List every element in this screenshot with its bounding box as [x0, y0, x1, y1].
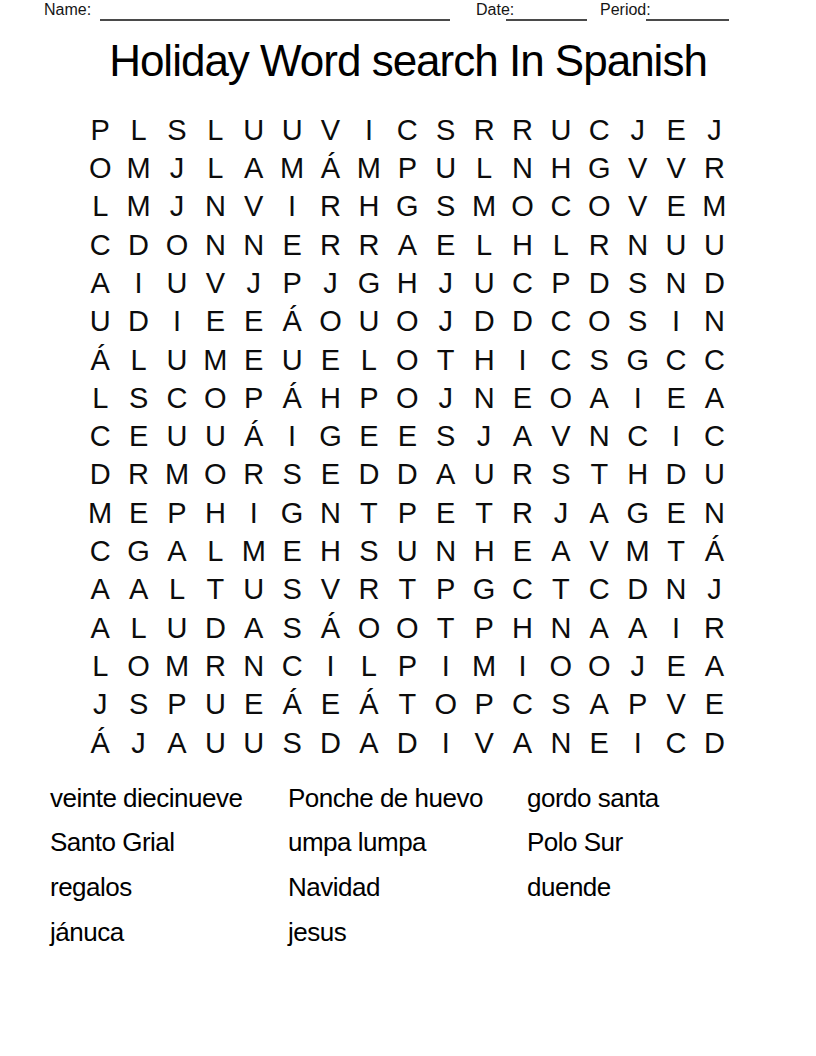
grid-cell-r3-c12[interactable]: O	[503, 188, 541, 226]
grid-cell-r5-c15[interactable]: S	[618, 264, 656, 302]
grid-cell-r2-c17[interactable]: R	[695, 149, 733, 187]
grid-cell-r14-c5[interactable]: A	[235, 609, 273, 647]
grid-cell-r15-c10[interactable]: I	[427, 647, 465, 685]
grid-cell-r6-c8[interactable]: U	[350, 303, 388, 341]
grid-cell-r14-c13[interactable]: N	[542, 609, 580, 647]
grid-cell-r11-c2[interactable]: E	[119, 494, 157, 532]
grid-cell-r1-c2[interactable]: L	[119, 111, 157, 149]
grid-cell-r2-c7[interactable]: Á	[311, 149, 349, 187]
grid-cell-r4-c12[interactable]: H	[503, 226, 541, 264]
grid-cell-r13-c12[interactable]: C	[503, 571, 541, 609]
grid-cell-r14-c8[interactable]: O	[350, 609, 388, 647]
grid-cell-r11-c16[interactable]: E	[657, 494, 695, 532]
grid-cell-r16-c15[interactable]: P	[618, 686, 656, 724]
grid-cell-r2-c3[interactable]: J	[158, 149, 196, 187]
grid-cell-r2-c15[interactable]: V	[618, 149, 656, 187]
grid-cell-r11-c4[interactable]: H	[196, 494, 234, 532]
grid-cell-r7-c5[interactable]: E	[235, 341, 273, 379]
grid-cell-r11-c6[interactable]: G	[273, 494, 311, 532]
grid-cell-r9-c13[interactable]: V	[542, 418, 580, 456]
grid-cell-r10-c11[interactable]: U	[465, 456, 503, 494]
grid-cell-r14-c12[interactable]: H	[503, 609, 541, 647]
grid-cell-r17-c9[interactable]: D	[388, 724, 426, 762]
grid-cell-r7-c8[interactable]: L	[350, 341, 388, 379]
grid-cell-r14-c2[interactable]: L	[119, 609, 157, 647]
grid-cell-r17-c6[interactable]: S	[273, 724, 311, 762]
grid-cell-r8-c16[interactable]: E	[657, 379, 695, 417]
grid-cell-r11-c9[interactable]: P	[388, 494, 426, 532]
grid-cell-r14-c3[interactable]: U	[158, 609, 196, 647]
grid-cell-r14-c1[interactable]: A	[81, 609, 119, 647]
grid-cell-r13-c13[interactable]: T	[542, 571, 580, 609]
grid-cell-r13-c4[interactable]: T	[196, 571, 234, 609]
grid-cell-r11-c13[interactable]: J	[542, 494, 580, 532]
grid-cell-r8-c14[interactable]: A	[580, 379, 618, 417]
grid-cell-r11-c3[interactable]: P	[158, 494, 196, 532]
grid-cell-r5-c13[interactable]: P	[542, 264, 580, 302]
grid-cell-r16-c16[interactable]: V	[657, 686, 695, 724]
grid-cell-r2-c1[interactable]: O	[81, 149, 119, 187]
grid-cell-r8-c10[interactable]: J	[427, 379, 465, 417]
grid-cell-r15-c15[interactable]: J	[618, 647, 656, 685]
grid-cell-r12-c4[interactable]: L	[196, 532, 234, 570]
grid-cell-r8-c6[interactable]: Á	[273, 379, 311, 417]
grid-cell-r3-c16[interactable]: E	[657, 188, 695, 226]
word-bank-item: Navidad	[288, 865, 483, 910]
grid-cell-r6-c11[interactable]: D	[465, 303, 503, 341]
grid-cell-r3-c10[interactable]: S	[427, 188, 465, 226]
grid-cell-r17-c15[interactable]: I	[618, 724, 656, 762]
grid-cell-r5-c16[interactable]: N	[657, 264, 695, 302]
grid-cell-r11-c11[interactable]: T	[465, 494, 503, 532]
grid-cell-r8-c11[interactable]: N	[465, 379, 503, 417]
grid-cell-r15-c6[interactable]: C	[273, 647, 311, 685]
grid-cell-r11-c8[interactable]: T	[350, 494, 388, 532]
grid-cell-r11-c14[interactable]: A	[580, 494, 618, 532]
grid-cell-r11-c1[interactable]: M	[81, 494, 119, 532]
grid-cell-r7-c6[interactable]: U	[273, 341, 311, 379]
grid-cell-r10-c7[interactable]: E	[311, 456, 349, 494]
grid-cell-r16-c7[interactable]: E	[311, 686, 349, 724]
grid-cell-r2-c6[interactable]: M	[273, 149, 311, 187]
grid-cell-r6-c7[interactable]: O	[311, 303, 349, 341]
grid-cell-r13-c2[interactable]: A	[119, 571, 157, 609]
grid-cell-r17-c11[interactable]: V	[465, 724, 503, 762]
grid-cell-r10-c3[interactable]: M	[158, 456, 196, 494]
grid-cell-r17-c5[interactable]: U	[235, 724, 273, 762]
word-search-grid: PLSLUUVICSRRUCJEJOMJLAMÁMPULNHGVVRLMJNVI…	[81, 111, 734, 762]
grid-cell-r16-c9[interactable]: T	[388, 686, 426, 724]
grid-cell-r10-c12[interactable]: R	[503, 456, 541, 494]
grid-cell-r13-c9[interactable]: T	[388, 571, 426, 609]
grid-cell-r5-c8[interactable]: G	[350, 264, 388, 302]
grid-cell-r6-c1[interactable]: U	[81, 303, 119, 341]
grid-cell-r6-c9[interactable]: O	[388, 303, 426, 341]
grid-cell-r9-c7[interactable]: G	[311, 418, 349, 456]
grid-cell-r9-c9[interactable]: E	[388, 418, 426, 456]
grid-cell-r8-c17[interactable]: A	[695, 379, 733, 417]
grid-cell-r3-c4[interactable]: N	[196, 188, 234, 226]
date-blank-line	[506, 2, 587, 21]
grid-cell-r6-c5[interactable]: E	[235, 303, 273, 341]
grid-cell-r7-c17[interactable]: C	[695, 341, 733, 379]
grid-cell-r12-c15[interactable]: M	[618, 532, 656, 570]
grid-cell-r4-c15[interactable]: N	[618, 226, 656, 264]
grid-cell-r12-c8[interactable]: S	[350, 532, 388, 570]
grid-cell-r1-c11[interactable]: R	[465, 111, 503, 149]
grid-cell-r15-c17[interactable]: A	[695, 647, 733, 685]
grid-cell-r4-c4[interactable]: N	[196, 226, 234, 264]
grid-cell-r5-c5[interactable]: J	[235, 264, 273, 302]
grid-cell-r17-c1[interactable]: Á	[81, 724, 119, 762]
grid-cell-r2-c9[interactable]: P	[388, 149, 426, 187]
grid-cell-r7-c4[interactable]: M	[196, 341, 234, 379]
grid-cell-r3-c6[interactable]: I	[273, 188, 311, 226]
grid-cell-r1-c12[interactable]: R	[503, 111, 541, 149]
grid-cell-r12-c1[interactable]: C	[81, 532, 119, 570]
grid-cell-r1-c14[interactable]: C	[580, 111, 618, 149]
grid-cell-r16-c8[interactable]: Á	[350, 686, 388, 724]
grid-cell-r10-c1[interactable]: D	[81, 456, 119, 494]
grid-cell-r9-c15[interactable]: C	[618, 418, 656, 456]
grid-cell-r10-c16[interactable]: D	[657, 456, 695, 494]
word-bank-item: Santo Grial	[50, 821, 242, 866]
grid-cell-r8-c15[interactable]: I	[618, 379, 656, 417]
grid-cell-r7-c10[interactable]: T	[427, 341, 465, 379]
grid-cell-r3-c14[interactable]: O	[580, 188, 618, 226]
grid-cell-r7-c2[interactable]: L	[119, 341, 157, 379]
grid-cell-r12-c6[interactable]: E	[273, 532, 311, 570]
grid-cell-r10-c4[interactable]: O	[196, 456, 234, 494]
grid-cell-r7-c16[interactable]: C	[657, 341, 695, 379]
grid-cell-r15-c8[interactable]: L	[350, 647, 388, 685]
word-bank-item: Ponche de huevo	[288, 776, 483, 821]
grid-cell-r4-c17[interactable]: U	[695, 226, 733, 264]
grid-cell-r17-c8[interactable]: A	[350, 724, 388, 762]
grid-cell-r17-c17[interactable]: D	[695, 724, 733, 762]
grid-cell-r15-c13[interactable]: O	[542, 647, 580, 685]
grid-cell-r6-c6[interactable]: Á	[273, 303, 311, 341]
grid-cell-r10-c5[interactable]: R	[235, 456, 273, 494]
grid-cell-r4-c14[interactable]: R	[580, 226, 618, 264]
grid-cell-r6-c10[interactable]: J	[427, 303, 465, 341]
grid-cell-r16-c13[interactable]: S	[542, 686, 580, 724]
grid-cell-r12-c13[interactable]: A	[542, 532, 580, 570]
grid-cell-r5-c7[interactable]: J	[311, 264, 349, 302]
grid-cell-r12-c5[interactable]: M	[235, 532, 273, 570]
grid-cell-r9-c11[interactable]: J	[465, 418, 503, 456]
grid-cell-r17-c12[interactable]: A	[503, 724, 541, 762]
grid-cell-r9-c12[interactable]: A	[503, 418, 541, 456]
grid-cell-r6-c17[interactable]: N	[695, 303, 733, 341]
grid-cell-r4-c9[interactable]: A	[388, 226, 426, 264]
grid-cell-r6-c12[interactable]: D	[503, 303, 541, 341]
grid-cell-r13-c7[interactable]: V	[311, 571, 349, 609]
grid-cell-r13-c3[interactable]: L	[158, 571, 196, 609]
grid-cell-r5-c12[interactable]: C	[503, 264, 541, 302]
grid-cell-r17-c7[interactable]: D	[311, 724, 349, 762]
word-bank-item: jánuca	[50, 910, 242, 955]
grid-cell-r17-c2[interactable]: J	[119, 724, 157, 762]
grid-cell-r9-c1[interactable]: C	[81, 418, 119, 456]
grid-cell-r3-c17[interactable]: M	[695, 188, 733, 226]
grid-cell-r16-c12[interactable]: C	[503, 686, 541, 724]
grid-cell-r7-c3[interactable]: U	[158, 341, 196, 379]
grid-cell-r14-c17[interactable]: R	[695, 609, 733, 647]
grid-cell-r7-c9[interactable]: O	[388, 341, 426, 379]
grid-cell-r9-c10[interactable]: S	[427, 418, 465, 456]
word-bank-item: umpa lumpa	[288, 821, 483, 866]
grid-cell-r15-c4[interactable]: R	[196, 647, 234, 685]
grid-cell-r10-c13[interactable]: S	[542, 456, 580, 494]
grid-cell-r16-c3[interactable]: P	[158, 686, 196, 724]
grid-cell-r9-c4[interactable]: U	[196, 418, 234, 456]
grid-cell-r8-c8[interactable]: P	[350, 379, 388, 417]
grid-cell-r13-c14[interactable]: C	[580, 571, 618, 609]
grid-cell-r12-c11[interactable]: H	[465, 532, 503, 570]
grid-cell-r15-c16[interactable]: E	[657, 647, 695, 685]
grid-cell-r16-c4[interactable]: U	[196, 686, 234, 724]
grid-cell-r12-c14[interactable]: V	[580, 532, 618, 570]
grid-cell-r14-c14[interactable]: A	[580, 609, 618, 647]
grid-cell-r4-c8[interactable]: R	[350, 226, 388, 264]
grid-cell-r17-c14[interactable]: E	[580, 724, 618, 762]
grid-cell-r4-c7[interactable]: R	[311, 226, 349, 264]
grid-cell-r14-c9[interactable]: O	[388, 609, 426, 647]
grid-cell-r12-c3[interactable]: A	[158, 532, 196, 570]
grid-cell-r17-c10[interactable]: I	[427, 724, 465, 762]
grid-cell-r5-c4[interactable]: V	[196, 264, 234, 302]
grid-cell-r17-c4[interactable]: U	[196, 724, 234, 762]
grid-cell-r1-c9[interactable]: C	[388, 111, 426, 149]
grid-cell-r12-c2[interactable]: G	[119, 532, 157, 570]
grid-cell-r16-c1[interactable]: J	[81, 686, 119, 724]
grid-cell-r2-c4[interactable]: L	[196, 149, 234, 187]
grid-cell-r7-c13[interactable]: C	[542, 341, 580, 379]
grid-cell-r10-c14[interactable]: T	[580, 456, 618, 494]
grid-cell-r16-c17[interactable]: E	[695, 686, 733, 724]
grid-cell-r16-c6[interactable]: Á	[273, 686, 311, 724]
grid-cell-r13-c16[interactable]: N	[657, 571, 695, 609]
grid-cell-r5-c14[interactable]: D	[580, 264, 618, 302]
grid-cell-r11-c17[interactable]: N	[695, 494, 733, 532]
grid-cell-r4-c6[interactable]: E	[273, 226, 311, 264]
grid-cell-r3-c9[interactable]: G	[388, 188, 426, 226]
grid-cell-r13-c15[interactable]: D	[618, 571, 656, 609]
grid-cell-r6-c14[interactable]: O	[580, 303, 618, 341]
grid-cell-r3-c15[interactable]: V	[618, 188, 656, 226]
grid-cell-r13-c5[interactable]: U	[235, 571, 273, 609]
grid-cell-r8-c13[interactable]: O	[542, 379, 580, 417]
word-bank-item: regalos	[50, 865, 242, 910]
grid-cell-r2-c14[interactable]: G	[580, 149, 618, 187]
grid-cell-r1-c10[interactable]: S	[427, 111, 465, 149]
grid-cell-r14-c4[interactable]: D	[196, 609, 234, 647]
grid-cell-r5-c6[interactable]: P	[273, 264, 311, 302]
grid-cell-r13-c11[interactable]: G	[465, 571, 503, 609]
grid-cell-r1-c5[interactable]: U	[235, 111, 273, 149]
grid-cell-r9-c2[interactable]: E	[119, 418, 157, 456]
page-title: Holiday Word search In Spanish	[0, 36, 816, 86]
grid-cell-r15-c14[interactable]: O	[580, 647, 618, 685]
grid-cell-r5-c2[interactable]: I	[119, 264, 157, 302]
grid-cell-r1-c13[interactable]: U	[542, 111, 580, 149]
grid-cell-r1-c6[interactable]: U	[273, 111, 311, 149]
grid-cell-r7-c15[interactable]: G	[618, 341, 656, 379]
grid-cell-r13-c10[interactable]: P	[427, 571, 465, 609]
grid-cell-r2-c8[interactable]: M	[350, 149, 388, 187]
grid-cell-r15-c2[interactable]: O	[119, 647, 157, 685]
grid-cell-r16-c2[interactable]: S	[119, 686, 157, 724]
grid-cell-r5-c3[interactable]: U	[158, 264, 196, 302]
grid-cell-r4-c11[interactable]: L	[465, 226, 503, 264]
grid-cell-r1-c17[interactable]: J	[695, 111, 733, 149]
grid-cell-r15-c3[interactable]: M	[158, 647, 196, 685]
grid-cell-r12-c7[interactable]: H	[311, 532, 349, 570]
grid-cell-r7-c11[interactable]: H	[465, 341, 503, 379]
grid-cell-r11-c10[interactable]: E	[427, 494, 465, 532]
grid-cell-r6-c3[interactable]: I	[158, 303, 196, 341]
grid-cell-r10-c17[interactable]: U	[695, 456, 733, 494]
grid-cell-r1-c1[interactable]: P	[81, 111, 119, 149]
grid-cell-r9-c6[interactable]: I	[273, 418, 311, 456]
grid-cell-r13-c17[interactable]: J	[695, 571, 733, 609]
word-bank-item: gordo santa	[527, 776, 659, 821]
grid-cell-r11-c5[interactable]: I	[235, 494, 273, 532]
grid-cell-r1-c16[interactable]: E	[657, 111, 695, 149]
grid-cell-r11-c12[interactable]: R	[503, 494, 541, 532]
grid-cell-r8-c2[interactable]: S	[119, 379, 157, 417]
grid-cell-r4-c16[interactable]: U	[657, 226, 695, 264]
grid-cell-r15-c12[interactable]: I	[503, 647, 541, 685]
grid-cell-r3-c11[interactable]: M	[465, 188, 503, 226]
grid-cell-r1-c8[interactable]: I	[350, 111, 388, 149]
grid-cell-r6-c16[interactable]: I	[657, 303, 695, 341]
grid-cell-r15-c11[interactable]: M	[465, 647, 503, 685]
grid-cell-r4-c5[interactable]: N	[235, 226, 273, 264]
grid-cell-r8-c4[interactable]: O	[196, 379, 234, 417]
grid-cell-r2-c10[interactable]: U	[427, 149, 465, 187]
grid-cell-r17-c3[interactable]: A	[158, 724, 196, 762]
grid-cell-r5-c17[interactable]: D	[695, 264, 733, 302]
grid-cell-r3-c5[interactable]: V	[235, 188, 273, 226]
grid-cell-r5-c10[interactable]: J	[427, 264, 465, 302]
grid-cell-r6-c4[interactable]: E	[196, 303, 234, 341]
grid-cell-r15-c9[interactable]: P	[388, 647, 426, 685]
grid-cell-r9-c14[interactable]: N	[580, 418, 618, 456]
grid-cell-r6-c13[interactable]: C	[542, 303, 580, 341]
grid-cell-r2-c13[interactable]: H	[542, 149, 580, 187]
grid-cell-r10-c15[interactable]: H	[618, 456, 656, 494]
grid-cell-r10-c10[interactable]: A	[427, 456, 465, 494]
grid-cell-r10-c8[interactable]: D	[350, 456, 388, 494]
grid-cell-r5-c9[interactable]: H	[388, 264, 426, 302]
grid-cell-r16-c14[interactable]: A	[580, 686, 618, 724]
grid-cell-r10-c6[interactable]: S	[273, 456, 311, 494]
grid-cell-r10-c9[interactable]: D	[388, 456, 426, 494]
grid-cell-r2-c2[interactable]: M	[119, 149, 157, 187]
grid-cell-r4-c2[interactable]: D	[119, 226, 157, 264]
grid-cell-r2-c11[interactable]: L	[465, 149, 503, 187]
grid-cell-r1-c15[interactable]: J	[618, 111, 656, 149]
grid-cell-r4-c1[interactable]: C	[81, 226, 119, 264]
grid-cell-r15-c7[interactable]: I	[311, 647, 349, 685]
grid-cell-r12-c17[interactable]: Á	[695, 532, 733, 570]
grid-cell-r7-c14[interactable]: S	[580, 341, 618, 379]
grid-cell-r8-c3[interactable]: C	[158, 379, 196, 417]
grid-cell-r16-c10[interactable]: O	[427, 686, 465, 724]
grid-cell-r1-c7[interactable]: V	[311, 111, 349, 149]
grid-cell-r3-c3[interactable]: J	[158, 188, 196, 226]
grid-cell-r9-c8[interactable]: E	[350, 418, 388, 456]
grid-cell-r3-c7[interactable]: R	[311, 188, 349, 226]
grid-cell-r17-c13[interactable]: N	[542, 724, 580, 762]
grid-cell-r10-c2[interactable]: R	[119, 456, 157, 494]
grid-cell-r13-c1[interactable]: A	[81, 571, 119, 609]
grid-cell-r13-c8[interactable]: R	[350, 571, 388, 609]
grid-cell-r11-c7[interactable]: N	[311, 494, 349, 532]
grid-cell-r14-c6[interactable]: S	[273, 609, 311, 647]
grid-cell-r17-c16[interactable]: C	[657, 724, 695, 762]
grid-cell-r5-c11[interactable]: U	[465, 264, 503, 302]
grid-cell-r2-c5[interactable]: A	[235, 149, 273, 187]
grid-cell-r15-c1[interactable]: L	[81, 647, 119, 685]
grid-cell-r9-c3[interactable]: U	[158, 418, 196, 456]
grid-cell-r2-c12[interactable]: N	[503, 149, 541, 187]
grid-cell-r4-c10[interactable]: E	[427, 226, 465, 264]
grid-cell-r3-c2[interactable]: M	[119, 188, 157, 226]
grid-cell-r14-c10[interactable]: T	[427, 609, 465, 647]
grid-cell-r1-c3[interactable]: S	[158, 111, 196, 149]
grid-cell-r9-c16[interactable]: I	[657, 418, 695, 456]
grid-cell-r3-c1[interactable]: L	[81, 188, 119, 226]
grid-cell-r8-c7[interactable]: H	[311, 379, 349, 417]
grid-cell-r7-c12[interactable]: I	[503, 341, 541, 379]
grid-cell-r7-c7[interactable]: E	[311, 341, 349, 379]
grid-cell-r11-c15[interactable]: G	[618, 494, 656, 532]
grid-cell-r12-c9[interactable]: U	[388, 532, 426, 570]
grid-cell-r14-c15[interactable]: A	[618, 609, 656, 647]
grid-cell-r6-c2[interactable]: D	[119, 303, 157, 341]
grid-cell-r14-c16[interactable]: I	[657, 609, 695, 647]
grid-cell-r7-c1[interactable]: Á	[81, 341, 119, 379]
grid-cell-r6-c15[interactable]: S	[618, 303, 656, 341]
grid-cell-r9-c17[interactable]: C	[695, 418, 733, 456]
grid-cell-r5-c1[interactable]: A	[81, 264, 119, 302]
grid-cell-r8-c12[interactable]: E	[503, 379, 541, 417]
grid-cell-r8-c9[interactable]: O	[388, 379, 426, 417]
grid-cell-r8-c1[interactable]: L	[81, 379, 119, 417]
grid-cell-r3-c13[interactable]: C	[542, 188, 580, 226]
grid-cell-r13-c6[interactable]: S	[273, 571, 311, 609]
grid-cell-r2-c16[interactable]: V	[657, 149, 695, 187]
grid-cell-r16-c5[interactable]: E	[235, 686, 273, 724]
grid-cell-r15-c5[interactable]: N	[235, 647, 273, 685]
grid-cell-r9-c5[interactable]: Á	[235, 418, 273, 456]
grid-cell-r12-c12[interactable]: E	[503, 532, 541, 570]
grid-cell-r12-c10[interactable]: N	[427, 532, 465, 570]
grid-cell-r4-c13[interactable]: L	[542, 226, 580, 264]
grid-cell-r8-c5[interactable]: P	[235, 379, 273, 417]
grid-cell-r4-c3[interactable]: O	[158, 226, 196, 264]
grid-cell-r12-c16[interactable]: T	[657, 532, 695, 570]
grid-cell-r14-c11[interactable]: P	[465, 609, 503, 647]
grid-cell-r16-c11[interactable]: P	[465, 686, 503, 724]
name-blank-line	[100, 2, 450, 21]
grid-cell-r14-c7[interactable]: Á	[311, 609, 349, 647]
grid-cell-r1-c4[interactable]: L	[196, 111, 234, 149]
grid-cell-r3-c8[interactable]: H	[350, 188, 388, 226]
